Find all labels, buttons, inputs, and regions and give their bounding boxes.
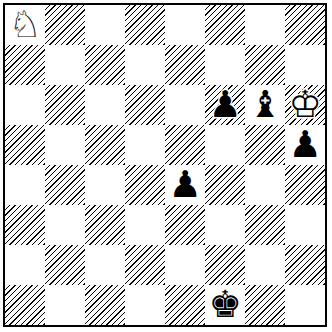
square-h6[interactable]: ♚♔ xyxy=(285,85,325,125)
black-bishop-g6[interactable]: ♝♝ xyxy=(245,85,285,125)
square-h7[interactable] xyxy=(285,45,325,85)
square-g6[interactable]: ♝♝ xyxy=(245,85,285,125)
black-pawn-h5[interactable]: ♟♟ xyxy=(285,125,325,165)
square-c2[interactable] xyxy=(85,245,125,285)
square-g5[interactable] xyxy=(245,125,285,165)
square-b5[interactable] xyxy=(45,125,85,165)
square-a8[interactable]: ♞♘ xyxy=(5,5,45,45)
square-f4[interactable] xyxy=(205,165,245,205)
black-pawn-icon: ♟ xyxy=(285,125,325,165)
square-f7[interactable] xyxy=(205,45,245,85)
square-d3[interactable] xyxy=(125,205,165,245)
white-knight-icon: ♘ xyxy=(5,5,45,45)
black-pawn-icon: ♟ xyxy=(165,165,205,205)
square-g4[interactable] xyxy=(245,165,285,205)
square-c8[interactable] xyxy=(85,5,125,45)
square-a4[interactable] xyxy=(5,165,45,205)
square-d4[interactable] xyxy=(125,165,165,205)
black-bishop-icon: ♝ xyxy=(245,85,285,125)
square-c7[interactable] xyxy=(85,45,125,85)
square-a6[interactable] xyxy=(5,85,45,125)
square-g1[interactable] xyxy=(245,285,285,325)
square-f2[interactable] xyxy=(205,245,245,285)
square-d2[interactable] xyxy=(125,245,165,285)
square-e7[interactable] xyxy=(165,45,205,85)
square-e5[interactable] xyxy=(165,125,205,165)
square-h5[interactable]: ♟♟ xyxy=(285,125,325,165)
square-d5[interactable] xyxy=(125,125,165,165)
square-a1[interactable] xyxy=(5,285,45,325)
square-d7[interactable] xyxy=(125,45,165,85)
square-b6[interactable] xyxy=(45,85,85,125)
square-f8[interactable] xyxy=(205,5,245,45)
square-f5[interactable] xyxy=(205,125,245,165)
square-g8[interactable] xyxy=(245,5,285,45)
square-h3[interactable] xyxy=(285,205,325,245)
square-c6[interactable] xyxy=(85,85,125,125)
square-a7[interactable] xyxy=(5,45,45,85)
square-h1[interactable] xyxy=(285,285,325,325)
square-b4[interactable] xyxy=(45,165,85,205)
square-d6[interactable] xyxy=(125,85,165,125)
square-f3[interactable] xyxy=(205,205,245,245)
square-c4[interactable] xyxy=(85,165,125,205)
diagram-frame: ♞♘♟♟♝♝♚♔♟♟♟♟♚♚ xyxy=(3,3,327,327)
square-e2[interactable] xyxy=(165,245,205,285)
square-e1[interactable] xyxy=(165,285,205,325)
square-c5[interactable] xyxy=(85,125,125,165)
square-b7[interactable] xyxy=(45,45,85,85)
white-knight-a8[interactable]: ♞♘ xyxy=(5,5,45,45)
square-g2[interactable] xyxy=(245,245,285,285)
square-b3[interactable] xyxy=(45,205,85,245)
square-a2[interactable] xyxy=(5,245,45,285)
chess-board: ♞♘♟♟♝♝♚♔♟♟♟♟♚♚ xyxy=(5,5,325,325)
black-king-f1[interactable]: ♚♚ xyxy=(205,285,245,325)
black-pawn-f6[interactable]: ♟♟ xyxy=(205,85,245,125)
square-d1[interactable] xyxy=(125,285,165,325)
black-pawn-icon: ♟ xyxy=(205,85,245,125)
black-pawn-e4[interactable]: ♟♟ xyxy=(165,165,205,205)
square-c3[interactable] xyxy=(85,205,125,245)
square-b1[interactable] xyxy=(45,285,85,325)
square-f6[interactable]: ♟♟ xyxy=(205,85,245,125)
white-king-h6[interactable]: ♚♔ xyxy=(285,85,325,125)
square-e6[interactable] xyxy=(165,85,205,125)
square-g3[interactable] xyxy=(245,205,285,245)
square-d8[interactable] xyxy=(125,5,165,45)
square-a5[interactable] xyxy=(5,125,45,165)
black-king-icon: ♚ xyxy=(205,285,245,325)
square-b8[interactable] xyxy=(45,5,85,45)
square-h4[interactable] xyxy=(285,165,325,205)
square-h2[interactable] xyxy=(285,245,325,285)
square-e3[interactable] xyxy=(165,205,205,245)
square-h8[interactable] xyxy=(285,5,325,45)
square-b2[interactable] xyxy=(45,245,85,285)
square-c1[interactable] xyxy=(85,285,125,325)
square-e4[interactable]: ♟♟ xyxy=(165,165,205,205)
square-e8[interactable] xyxy=(165,5,205,45)
square-f1[interactable]: ♚♚ xyxy=(205,285,245,325)
square-a3[interactable] xyxy=(5,205,45,245)
white-king-icon: ♔ xyxy=(285,85,325,125)
square-g7[interactable] xyxy=(245,45,285,85)
